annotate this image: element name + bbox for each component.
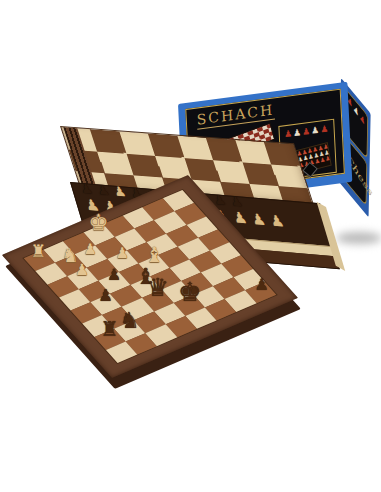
box-art-red-piece: ♟: [320, 123, 330, 134]
stored-light-piece: ♟: [249, 210, 268, 229]
box-art-red-piece: ♟: [302, 126, 312, 137]
stored-light-piece: ♟: [231, 208, 250, 227]
box-side-pieces-image: ♟♟♟: [346, 94, 366, 128]
box-shadow: [336, 232, 381, 244]
box-photo-pieces-row: ♟♟♟♟♟: [280, 123, 334, 140]
box-art-red-piece: ♟: [359, 112, 367, 128]
product-photo-scene: ♟♟♟ Chess SCHACH ♟♟♟♟♟ ♟♟♟♟♟♟♟♟ ♟♟♟♟♟♟♟♟…: [0, 0, 381, 492]
box-art-cream-piece: ♟: [311, 125, 321, 136]
stored-light-piece: ♟: [267, 211, 286, 230]
